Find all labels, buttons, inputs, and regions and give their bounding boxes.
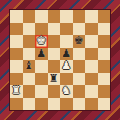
square-f2[interactable] [73,85,86,98]
square-c5[interactable]: ♟ [35,48,48,61]
square-g3[interactable] [85,73,98,86]
square-g2[interactable] [85,85,98,98]
square-h2[interactable] [98,85,111,98]
square-b2[interactable] [23,85,36,98]
square-d2[interactable] [48,85,61,98]
square-a7[interactable] [10,23,23,36]
square-c8[interactable] [35,10,48,23]
square-e2[interactable]: ♞ [60,85,73,98]
square-h5[interactable] [98,48,111,61]
square-a4[interactable] [10,60,23,73]
square-d5[interactable] [48,48,61,61]
square-g4[interactable] [85,60,98,73]
white-knight[interactable]: ♞ [60,85,73,98]
square-f8[interactable] [73,10,86,23]
square-a2[interactable]: ♜ [10,85,23,98]
square-h8[interactable] [98,10,111,23]
black-king[interactable]: ♚ [73,35,86,48]
square-b3[interactable] [23,73,36,86]
square-b7[interactable] [23,23,36,36]
chess-board: ♚♚♟♟♝♟♜♜♞ [10,10,110,110]
board-frame: ♚♚♟♟♝♟♜♜♞ [0,0,120,120]
black-rook[interactable]: ♜ [48,73,61,86]
square-b6[interactable] [23,35,36,48]
square-a5[interactable] [10,48,23,61]
square-c4[interactable] [35,60,48,73]
square-e8[interactable] [60,10,73,23]
square-b4[interactable]: ♝ [23,60,36,73]
square-e1[interactable] [60,98,73,111]
square-d3[interactable]: ♜ [48,73,61,86]
square-h3[interactable] [98,73,111,86]
square-e4[interactable]: ♟ [60,60,73,73]
square-c3[interactable] [35,73,48,86]
square-f3[interactable] [73,73,86,86]
square-d1[interactable] [48,98,61,111]
square-d4[interactable] [48,60,61,73]
square-a8[interactable] [10,10,23,23]
square-c1[interactable] [35,98,48,111]
square-a6[interactable] [10,35,23,48]
white-rook[interactable]: ♜ [10,85,23,98]
square-f1[interactable] [73,98,86,111]
square-h6[interactable] [98,35,111,48]
square-e6[interactable] [60,35,73,48]
square-a1[interactable] [10,98,23,111]
square-d8[interactable] [48,10,61,23]
square-g7[interactable] [85,23,98,36]
square-h1[interactable] [98,98,111,111]
square-b8[interactable] [23,10,36,23]
black-pawn[interactable]: ♟ [35,48,48,61]
square-f5[interactable] [73,48,86,61]
square-d7[interactable] [48,23,61,36]
white-pawn[interactable]: ♟ [60,60,73,73]
square-g8[interactable] [85,10,98,23]
square-g1[interactable] [85,98,98,111]
square-h7[interactable] [98,23,111,36]
square-b1[interactable] [23,98,36,111]
square-f4[interactable] [73,60,86,73]
white-king[interactable]: ♚ [35,35,48,48]
square-c6[interactable]: ♚ [35,35,48,48]
square-h4[interactable] [98,60,111,73]
square-g6[interactable] [85,35,98,48]
square-d6[interactable] [48,35,61,48]
square-g5[interactable] [85,48,98,61]
square-e7[interactable] [60,23,73,36]
black-bishop[interactable]: ♝ [23,60,36,73]
square-c2[interactable] [35,85,48,98]
square-f6[interactable]: ♚ [73,35,86,48]
